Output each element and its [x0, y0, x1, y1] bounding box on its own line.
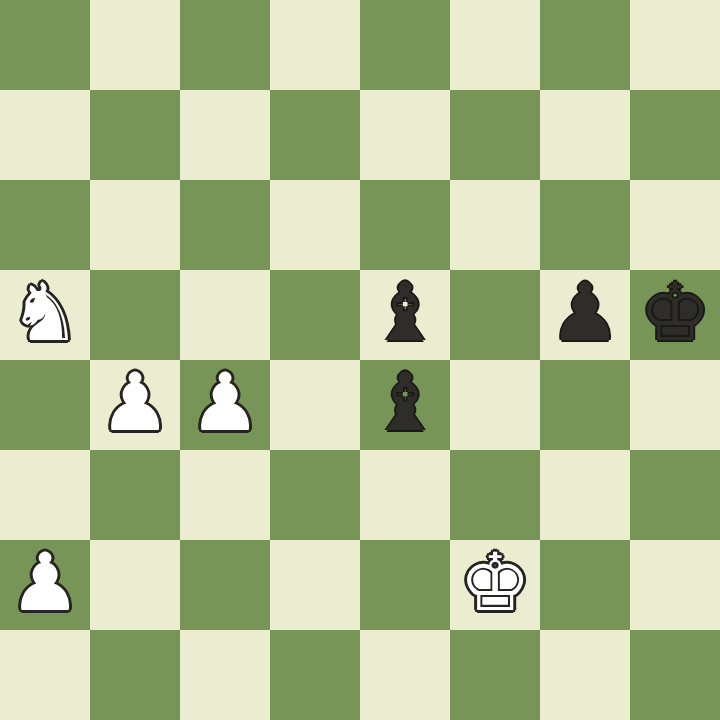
square-g3[interactable] [540, 450, 630, 540]
square-b1[interactable] [90, 630, 180, 720]
square-d7[interactable] [270, 90, 360, 180]
square-c1[interactable] [180, 630, 270, 720]
black-king[interactable]: ♚ [639, 268, 711, 358]
square-d5[interactable] [270, 270, 360, 360]
square-g4[interactable] [540, 360, 630, 450]
square-a8[interactable] [0, 0, 90, 90]
square-h4[interactable] [630, 360, 720, 450]
square-b3[interactable] [90, 450, 180, 540]
square-b7[interactable] [90, 90, 180, 180]
square-e8[interactable] [360, 0, 450, 90]
white-pawn[interactable]: ♟ [189, 358, 261, 448]
square-h6[interactable] [630, 180, 720, 270]
square-f3[interactable] [450, 450, 540, 540]
square-a4[interactable] [0, 360, 90, 450]
square-a2[interactable]: ♟ [0, 540, 90, 630]
square-f1[interactable] [450, 630, 540, 720]
square-g5[interactable]: ♟ [540, 270, 630, 360]
square-f7[interactable] [450, 90, 540, 180]
square-g1[interactable] [540, 630, 630, 720]
square-e4[interactable]: ♝ [360, 360, 450, 450]
square-a6[interactable] [0, 180, 90, 270]
white-pawn[interactable]: ♟ [99, 358, 171, 448]
square-c6[interactable] [180, 180, 270, 270]
square-f5[interactable] [450, 270, 540, 360]
square-g2[interactable] [540, 540, 630, 630]
square-e5[interactable]: ♝ [360, 270, 450, 360]
square-h8[interactable] [630, 0, 720, 90]
square-a3[interactable] [0, 450, 90, 540]
square-c5[interactable] [180, 270, 270, 360]
square-c2[interactable] [180, 540, 270, 630]
white-knight[interactable]: ♞ [9, 268, 81, 358]
square-b5[interactable] [90, 270, 180, 360]
square-d4[interactable] [270, 360, 360, 450]
square-g8[interactable] [540, 0, 630, 90]
square-f6[interactable] [450, 180, 540, 270]
square-e3[interactable] [360, 450, 450, 540]
square-c3[interactable] [180, 450, 270, 540]
white-king[interactable]: ♚ [459, 538, 531, 628]
square-h2[interactable] [630, 540, 720, 630]
square-c4[interactable]: ♟ [180, 360, 270, 450]
square-h1[interactable] [630, 630, 720, 720]
square-d1[interactable] [270, 630, 360, 720]
square-f2[interactable]: ♚ [450, 540, 540, 630]
black-bishop[interactable]: ♝ [369, 358, 441, 448]
square-c8[interactable] [180, 0, 270, 90]
chess-board: ♞♝♟♚♟♟♝♟♚ [0, 0, 720, 720]
square-e2[interactable] [360, 540, 450, 630]
square-h5[interactable]: ♚ [630, 270, 720, 360]
square-h7[interactable] [630, 90, 720, 180]
square-e1[interactable] [360, 630, 450, 720]
square-e7[interactable] [360, 90, 450, 180]
square-b2[interactable] [90, 540, 180, 630]
black-bishop[interactable]: ♝ [369, 268, 441, 358]
square-d3[interactable] [270, 450, 360, 540]
square-g7[interactable] [540, 90, 630, 180]
square-g6[interactable] [540, 180, 630, 270]
square-b6[interactable] [90, 180, 180, 270]
square-d8[interactable] [270, 0, 360, 90]
square-b4[interactable]: ♟ [90, 360, 180, 450]
square-h3[interactable] [630, 450, 720, 540]
square-a1[interactable] [0, 630, 90, 720]
square-c7[interactable] [180, 90, 270, 180]
square-a5[interactable]: ♞ [0, 270, 90, 360]
square-d6[interactable] [270, 180, 360, 270]
white-pawn[interactable]: ♟ [9, 538, 81, 628]
square-e6[interactable] [360, 180, 450, 270]
square-b8[interactable] [90, 0, 180, 90]
square-f8[interactable] [450, 0, 540, 90]
square-f4[interactable] [450, 360, 540, 450]
black-pawn[interactable]: ♟ [549, 268, 621, 358]
square-d2[interactable] [270, 540, 360, 630]
square-a7[interactable] [0, 90, 90, 180]
